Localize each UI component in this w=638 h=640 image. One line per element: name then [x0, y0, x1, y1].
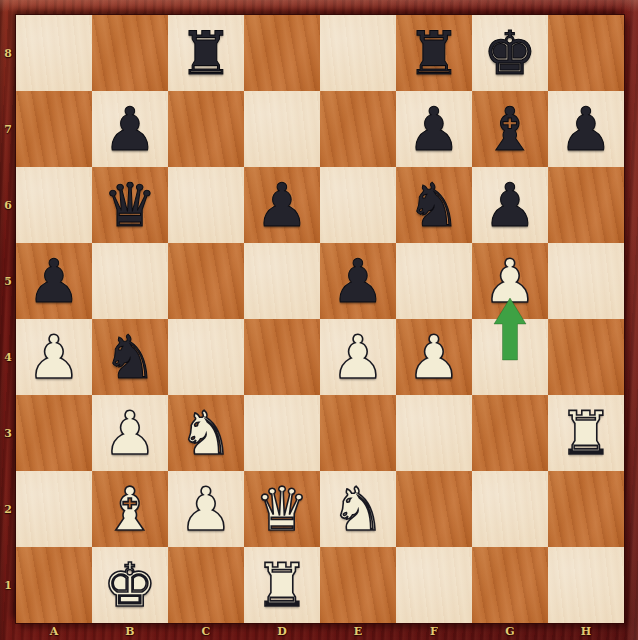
square-b2[interactable]: ♝ [92, 471, 168, 547]
file-labels: ABCDEFGH [16, 623, 624, 640]
square-d7[interactable] [244, 91, 320, 167]
white-bishop-b2[interactable]: ♝ [92, 471, 168, 547]
square-b4[interactable]: ♞ [92, 319, 168, 395]
square-d1[interactable]: ♜ [244, 547, 320, 623]
black-pawn-g6[interactable]: ♟ [472, 167, 548, 243]
square-g7[interactable]: ♝ [472, 91, 548, 167]
square-c1[interactable] [168, 547, 244, 623]
rank-label-8: 8 [0, 15, 16, 91]
white-pawn-a4[interactable]: ♟ [16, 319, 92, 395]
white-pawn-e4[interactable]: ♟ [320, 319, 396, 395]
square-f4[interactable]: ♟ [396, 319, 472, 395]
file-label-g: G [472, 623, 548, 640]
black-pawn-e5[interactable]: ♟ [320, 243, 396, 319]
square-e1[interactable] [320, 547, 396, 623]
square-f7[interactable]: ♟ [396, 91, 472, 167]
square-c8[interactable]: ♜ [168, 15, 244, 91]
square-h8[interactable] [548, 15, 624, 91]
white-rook-d1[interactable]: ♜ [244, 547, 320, 623]
white-knight-c3[interactable]: ♞ [168, 395, 244, 471]
rank-label-5: 5 [0, 243, 16, 319]
square-f5[interactable] [396, 243, 472, 319]
white-pawn-f4[interactable]: ♟ [396, 319, 472, 395]
file-label-b: B [92, 623, 168, 640]
file-label-f: F [396, 623, 472, 640]
square-e3[interactable] [320, 395, 396, 471]
square-d3[interactable] [244, 395, 320, 471]
square-f6[interactable]: ♞ [396, 167, 472, 243]
white-rook-h3[interactable]: ♜ [548, 395, 624, 471]
file-label-c: C [168, 623, 244, 640]
square-e6[interactable] [320, 167, 396, 243]
square-d5[interactable] [244, 243, 320, 319]
rank-label-7: 7 [0, 91, 16, 167]
black-king-g8[interactable]: ♚ [472, 15, 548, 91]
square-h3[interactable]: ♜ [548, 395, 624, 471]
square-e8[interactable] [320, 15, 396, 91]
square-a8[interactable] [16, 15, 92, 91]
white-king-b1[interactable]: ♚ [92, 547, 168, 623]
square-h4[interactable] [548, 319, 624, 395]
square-b7[interactable]: ♟ [92, 91, 168, 167]
rank-labels: 87654321 [0, 15, 16, 623]
square-g6[interactable]: ♟ [472, 167, 548, 243]
square-b8[interactable] [92, 15, 168, 91]
square-c3[interactable]: ♞ [168, 395, 244, 471]
square-f1[interactable] [396, 547, 472, 623]
black-rook-f8[interactable]: ♜ [396, 15, 472, 91]
square-h2[interactable] [548, 471, 624, 547]
white-pawn-c2[interactable]: ♟ [168, 471, 244, 547]
file-label-e: E [320, 623, 396, 640]
square-g8[interactable]: ♚ [472, 15, 548, 91]
square-a3[interactable] [16, 395, 92, 471]
square-g2[interactable] [472, 471, 548, 547]
square-h6[interactable] [548, 167, 624, 243]
chess-app: ♜♜♚♟♟♝♟♛♟♞♟♟♟♟♟♞♟♟♟♞♜♝♟♛♞♚♜ 87654321 ABC… [0, 0, 638, 640]
black-queen-b6[interactable]: ♛ [92, 167, 168, 243]
square-a5[interactable]: ♟ [16, 243, 92, 319]
square-g1[interactable] [472, 547, 548, 623]
square-d6[interactable]: ♟ [244, 167, 320, 243]
chess-board: ♜♜♚♟♟♝♟♛♟♞♟♟♟♟♟♞♟♟♟♞♜♝♟♛♞♚♜ [16, 15, 624, 623]
white-pawn-g5[interactable]: ♟ [472, 243, 548, 319]
square-h1[interactable] [548, 547, 624, 623]
square-e7[interactable] [320, 91, 396, 167]
square-e2[interactable]: ♞ [320, 471, 396, 547]
rank-label-1: 1 [0, 547, 16, 623]
rank-label-2: 2 [0, 471, 16, 547]
white-pawn-b3[interactable]: ♟ [92, 395, 168, 471]
square-f2[interactable] [396, 471, 472, 547]
square-b1[interactable]: ♚ [92, 547, 168, 623]
black-pawn-f7[interactable]: ♟ [396, 91, 472, 167]
square-a7[interactable] [16, 91, 92, 167]
square-b5[interactable] [92, 243, 168, 319]
black-pawn-b7[interactable]: ♟ [92, 91, 168, 167]
square-h7[interactable]: ♟ [548, 91, 624, 167]
black-pawn-h7[interactable]: ♟ [548, 91, 624, 167]
file-label-a: A [16, 623, 92, 640]
square-a2[interactable] [16, 471, 92, 547]
square-f3[interactable] [396, 395, 472, 471]
square-g3[interactable] [472, 395, 548, 471]
square-a4[interactable]: ♟ [16, 319, 92, 395]
square-d2[interactable]: ♛ [244, 471, 320, 547]
square-e4[interactable]: ♟ [320, 319, 396, 395]
black-pawn-a5[interactable]: ♟ [16, 243, 92, 319]
square-g4[interactable] [472, 319, 548, 395]
square-e5[interactable]: ♟ [320, 243, 396, 319]
file-label-h: H [548, 623, 624, 640]
square-a6[interactable] [16, 167, 92, 243]
square-h5[interactable] [548, 243, 624, 319]
square-a1[interactable] [16, 547, 92, 623]
black-pawn-d6[interactable]: ♟ [244, 167, 320, 243]
white-knight-e2[interactable]: ♞ [320, 471, 396, 547]
square-f8[interactable]: ♜ [396, 15, 472, 91]
square-g5[interactable]: ♟ [472, 243, 548, 319]
rank-label-3: 3 [0, 395, 16, 471]
rank-label-4: 4 [0, 319, 16, 395]
square-c7[interactable] [168, 91, 244, 167]
black-knight-f6[interactable]: ♞ [396, 167, 472, 243]
square-c4[interactable] [168, 319, 244, 395]
square-d4[interactable] [244, 319, 320, 395]
square-d8[interactable] [244, 15, 320, 91]
square-c2[interactable]: ♟ [168, 471, 244, 547]
file-label-d: D [244, 623, 320, 640]
black-rook-c8[interactable]: ♜ [168, 15, 244, 91]
black-knight-b4[interactable]: ♞ [92, 319, 168, 395]
square-b3[interactable]: ♟ [92, 395, 168, 471]
square-b6[interactable]: ♛ [92, 167, 168, 243]
square-c6[interactable] [168, 167, 244, 243]
black-bishop-g7[interactable]: ♝ [472, 91, 548, 167]
rank-label-6: 6 [0, 167, 16, 243]
square-c5[interactable] [168, 243, 244, 319]
white-queen-d2[interactable]: ♛ [244, 471, 320, 547]
